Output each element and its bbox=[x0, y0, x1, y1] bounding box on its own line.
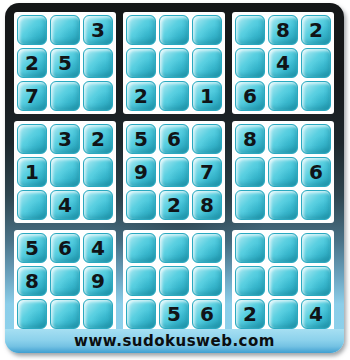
sudoku-cell-r2c5[interactable] bbox=[159, 48, 189, 78]
sudoku-cell-r8c9[interactable] bbox=[301, 266, 331, 296]
sudoku-cell-r5c5[interactable] bbox=[159, 157, 189, 187]
sudoku-cell-r4c1[interactable] bbox=[17, 124, 47, 154]
sudoku-cell-r6c7[interactable] bbox=[235, 190, 265, 220]
sudoku-cell-r7c6[interactable] bbox=[192, 233, 222, 263]
sudoku-cell-r6c2[interactable]: 4 bbox=[50, 190, 80, 220]
sudoku-cell-r8c2[interactable] bbox=[50, 266, 80, 296]
sudoku-cell-r4c2[interactable]: 3 bbox=[50, 124, 80, 154]
sudoku-cell-r2c4[interactable] bbox=[126, 48, 156, 78]
sudoku-cell-r9c4[interactable] bbox=[126, 299, 156, 329]
sudoku-cell-r2c9[interactable] bbox=[301, 48, 331, 78]
sudoku-box-top-left: 3257 bbox=[14, 12, 116, 114]
sudoku-cell-r3c3[interactable] bbox=[83, 81, 113, 111]
sudoku-cell-r5c1[interactable]: 1 bbox=[17, 157, 47, 187]
sudoku-cell-r9c6[interactable]: 6 bbox=[192, 299, 222, 329]
sudoku-cell-r1c3[interactable]: 3 bbox=[83, 15, 113, 45]
sudoku-cell-r1c2[interactable] bbox=[50, 15, 80, 45]
sudoku-cell-r5c8[interactable] bbox=[268, 157, 298, 187]
sudoku-cell-r6c6[interactable]: 8 bbox=[192, 190, 222, 220]
sudoku-cell-r9c3[interactable] bbox=[83, 299, 113, 329]
sudoku-cell-r3c4[interactable]: 2 bbox=[126, 81, 156, 111]
sudoku-cell-r9c1[interactable] bbox=[17, 299, 47, 329]
sudoku-cell-r8c3[interactable]: 9 bbox=[83, 266, 113, 296]
sudoku-cell-r8c5[interactable] bbox=[159, 266, 189, 296]
site-url[interactable]: www.sudokusweb.com bbox=[74, 332, 275, 350]
sudoku-cell-r7c9[interactable] bbox=[301, 233, 331, 263]
sudoku-cell-r1c7[interactable] bbox=[235, 15, 265, 45]
sudoku-cell-r3c7[interactable]: 6 bbox=[235, 81, 265, 111]
sudoku-cell-r8c6[interactable] bbox=[192, 266, 222, 296]
sudoku-cell-r6c1[interactable] bbox=[17, 190, 47, 220]
sudoku-box-center: 569728 bbox=[123, 121, 225, 223]
sudoku-box-bottom-middle: 56 bbox=[123, 230, 225, 332]
sudoku-cell-r3c9[interactable] bbox=[301, 81, 331, 111]
sudoku-cell-r4c3[interactable]: 2 bbox=[83, 124, 113, 154]
sudoku-cell-r1c8[interactable]: 8 bbox=[268, 15, 298, 45]
sudoku-cell-r4c8[interactable] bbox=[268, 124, 298, 154]
sudoku-cell-r7c7[interactable] bbox=[235, 233, 265, 263]
sudoku-cell-r1c1[interactable] bbox=[17, 15, 47, 45]
sudoku-cell-r2c7[interactable] bbox=[235, 48, 265, 78]
sudoku-cell-r7c5[interactable] bbox=[159, 233, 189, 263]
sudoku-cell-r1c9[interactable]: 2 bbox=[301, 15, 331, 45]
sudoku-cell-r3c5[interactable] bbox=[159, 81, 189, 111]
sudoku-cell-r5c4[interactable]: 9 bbox=[126, 157, 156, 187]
sudoku-cell-r3c1[interactable]: 7 bbox=[17, 81, 47, 111]
sudoku-box-middle-left: 3214 bbox=[14, 121, 116, 223]
sudoku-box-middle-right: 86 bbox=[232, 121, 334, 223]
sudoku-cell-r2c2[interactable]: 5 bbox=[50, 48, 80, 78]
sudoku-cell-r5c3[interactable] bbox=[83, 157, 113, 187]
sudoku-cell-r9c2[interactable] bbox=[50, 299, 80, 329]
sudoku-cell-r4c6[interactable] bbox=[192, 124, 222, 154]
sudoku-cell-r3c8[interactable] bbox=[268, 81, 298, 111]
sudoku-cell-r1c5[interactable] bbox=[159, 15, 189, 45]
sudoku-cell-r7c4[interactable] bbox=[126, 233, 156, 263]
sudoku-cell-r2c6[interactable] bbox=[192, 48, 222, 78]
sudoku-cell-r7c2[interactable]: 6 bbox=[50, 233, 80, 263]
sudoku-cell-r9c8[interactable] bbox=[268, 299, 298, 329]
sudoku-cell-r8c1[interactable]: 8 bbox=[17, 266, 47, 296]
sudoku-cell-r4c9[interactable] bbox=[301, 124, 331, 154]
sudoku-cell-r4c4[interactable]: 5 bbox=[126, 124, 156, 154]
sudoku-cell-r1c6[interactable] bbox=[192, 15, 222, 45]
sudoku-cell-r3c2[interactable] bbox=[50, 81, 80, 111]
sudoku-cell-r8c4[interactable] bbox=[126, 266, 156, 296]
sudoku-cell-r6c5[interactable]: 2 bbox=[159, 190, 189, 220]
sudoku-cell-r6c8[interactable] bbox=[268, 190, 298, 220]
sudoku-cell-r9c5[interactable]: 5 bbox=[159, 299, 189, 329]
sudoku-cell-r8c7[interactable] bbox=[235, 266, 265, 296]
sudoku-cell-r4c5[interactable]: 6 bbox=[159, 124, 189, 154]
sudoku-board: 3257 21 8246 3214 569728 86 56489 56 24 bbox=[14, 12, 334, 332]
sudoku-cell-r5c2[interactable] bbox=[50, 157, 80, 187]
sudoku-cell-r2c3[interactable] bbox=[83, 48, 113, 78]
sudoku-cell-r2c1[interactable]: 2 bbox=[17, 48, 47, 78]
sudoku-box-bottom-right: 24 bbox=[232, 230, 334, 332]
sudoku-box-top-right: 8246 bbox=[232, 12, 334, 114]
sudoku-cell-r8c8[interactable] bbox=[268, 266, 298, 296]
sudoku-cell-r7c8[interactable] bbox=[268, 233, 298, 263]
sudoku-cell-r7c1[interactable]: 5 bbox=[17, 233, 47, 263]
sudoku-cell-r6c3[interactable] bbox=[83, 190, 113, 220]
sudoku-cell-r6c4[interactable] bbox=[126, 190, 156, 220]
sudoku-cell-r7c3[interactable]: 4 bbox=[83, 233, 113, 263]
sudoku-cell-r6c9[interactable] bbox=[301, 190, 331, 220]
sudoku-cell-r2c8[interactable]: 4 bbox=[268, 48, 298, 78]
sudoku-box-top-middle: 21 bbox=[123, 12, 225, 114]
sudoku-cell-r9c9[interactable]: 4 bbox=[301, 299, 331, 329]
sudoku-cell-r9c7[interactable]: 2 bbox=[235, 299, 265, 329]
sudoku-cell-r5c7[interactable] bbox=[235, 157, 265, 187]
sudoku-cell-r5c9[interactable]: 6 bbox=[301, 157, 331, 187]
sudoku-cell-r4c7[interactable]: 8 bbox=[235, 124, 265, 154]
sudoku-cell-r1c4[interactable] bbox=[126, 15, 156, 45]
footer-band: www.sudokusweb.com bbox=[5, 329, 344, 353]
sudoku-cell-r3c6[interactable]: 1 bbox=[192, 81, 222, 111]
sudoku-board-frame: 3257 21 8246 3214 569728 86 56489 56 24 … bbox=[5, 3, 344, 353]
sudoku-cell-r5c6[interactable]: 7 bbox=[192, 157, 222, 187]
sudoku-box-bottom-left: 56489 bbox=[14, 230, 116, 332]
